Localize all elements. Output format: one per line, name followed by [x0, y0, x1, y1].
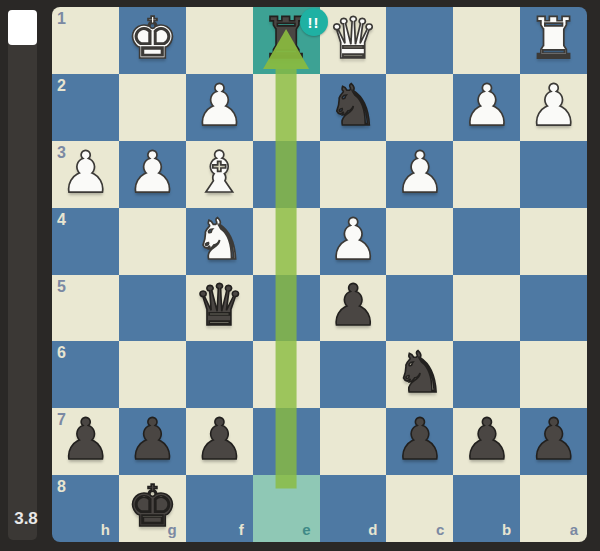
square-f1[interactable]	[186, 7, 253, 74]
square-a7[interactable]: ♟	[520, 408, 587, 475]
square-h6[interactable]: 6	[52, 341, 119, 408]
piece-black-pawn-f7[interactable]: ♟	[194, 411, 245, 468]
square-g7[interactable]: ♟	[119, 408, 186, 475]
square-b3[interactable]	[453, 141, 520, 208]
square-c1[interactable]	[386, 7, 453, 74]
piece-black-pawn-g7[interactable]: ♟	[127, 411, 178, 468]
piece-black-queen-f5[interactable]: ♛	[194, 277, 245, 334]
square-h7[interactable]: 7♟	[52, 408, 119, 475]
square-d2[interactable]: ♞	[320, 74, 387, 141]
square-c8[interactable]: c	[386, 475, 453, 542]
square-f3[interactable]: ♝	[186, 141, 253, 208]
square-b2[interactable]: ♟	[453, 74, 520, 141]
file-label-h: h	[101, 522, 110, 537]
square-a6[interactable]	[520, 341, 587, 408]
square-g4[interactable]	[119, 208, 186, 275]
rank-label-2: 2	[57, 78, 66, 94]
piece-black-pawn-h7[interactable]: ♟	[60, 411, 111, 468]
chess-board: 1♚♜♛♜2♟♞♟♟3♟♟♝♟4♞♟5♛♟6♞7♟♟♟♟♟♟8hg♚fedcba	[52, 7, 587, 542]
piece-black-king-g8[interactable]: ♚	[127, 478, 178, 535]
piece-black-pawn-c7[interactable]: ♟	[394, 411, 445, 468]
square-e5[interactable]	[253, 275, 320, 342]
square-e3[interactable]	[253, 141, 320, 208]
evaluation-bar	[8, 10, 37, 540]
piece-white-pawn-h3[interactable]: ♟	[60, 144, 111, 201]
square-h8[interactable]: 8h	[52, 475, 119, 542]
square-a5[interactable]	[520, 275, 587, 342]
square-h4[interactable]: 4	[52, 208, 119, 275]
file-label-b: b	[502, 522, 511, 537]
evaluation-bar-white-fill	[8, 10, 37, 45]
file-label-f: f	[239, 522, 244, 537]
rank-label-8: 8	[57, 479, 66, 495]
square-f4[interactable]: ♞	[186, 208, 253, 275]
rank-label-1: 1	[57, 11, 66, 27]
square-c3[interactable]: ♟	[386, 141, 453, 208]
piece-white-pawn-b2[interactable]: ♟	[461, 77, 512, 134]
file-label-c: c	[436, 522, 444, 537]
piece-white-queen-d1[interactable]: ♛	[327, 10, 378, 67]
square-b5[interactable]	[453, 275, 520, 342]
piece-black-knight-c6[interactable]: ♞	[394, 344, 445, 401]
square-h1[interactable]: 1	[52, 7, 119, 74]
square-c4[interactable]	[386, 208, 453, 275]
square-d5[interactable]: ♟	[320, 275, 387, 342]
piece-white-pawn-g3[interactable]: ♟	[127, 144, 178, 201]
piece-black-knight-d2[interactable]: ♞	[327, 77, 378, 134]
square-b4[interactable]	[453, 208, 520, 275]
file-label-d: d	[368, 522, 377, 537]
square-g6[interactable]	[119, 341, 186, 408]
piece-white-bishop-f3[interactable]: ♝	[194, 144, 245, 201]
square-b8[interactable]: b	[453, 475, 520, 542]
square-d7[interactable]	[320, 408, 387, 475]
square-d8[interactable]: d	[320, 475, 387, 542]
square-c5[interactable]	[386, 275, 453, 342]
square-d1[interactable]: ♛	[320, 7, 387, 74]
piece-white-king-g1[interactable]: ♚	[127, 10, 178, 67]
square-b7[interactable]: ♟	[453, 408, 520, 475]
piece-black-pawn-a7[interactable]: ♟	[528, 411, 579, 468]
square-e6[interactable]	[253, 341, 320, 408]
brilliant-move-badge: !!	[300, 8, 328, 36]
square-a8[interactable]: a	[520, 475, 587, 542]
piece-white-pawn-a2[interactable]: ♟	[528, 77, 579, 134]
file-label-a: a	[570, 522, 578, 537]
piece-white-pawn-c3[interactable]: ♟	[394, 144, 445, 201]
square-h5[interactable]: 5	[52, 275, 119, 342]
square-d4[interactable]: ♟	[320, 208, 387, 275]
square-f6[interactable]	[186, 341, 253, 408]
square-h3[interactable]: 3♟	[52, 141, 119, 208]
square-e2[interactable]	[253, 74, 320, 141]
square-f8[interactable]: f	[186, 475, 253, 542]
rank-label-6: 6	[57, 345, 66, 361]
square-g5[interactable]	[119, 275, 186, 342]
piece-white-pawn-d4[interactable]: ♟	[327, 211, 378, 268]
square-b1[interactable]	[453, 7, 520, 74]
square-c2[interactable]	[386, 74, 453, 141]
piece-white-pawn-f2[interactable]: ♟	[194, 77, 245, 134]
rank-label-4: 4	[57, 212, 66, 228]
square-a3[interactable]	[520, 141, 587, 208]
square-g1[interactable]: ♚	[119, 7, 186, 74]
square-d3[interactable]	[320, 141, 387, 208]
square-g8[interactable]: g♚	[119, 475, 186, 542]
square-c6[interactable]: ♞	[386, 341, 453, 408]
square-c7[interactable]: ♟	[386, 408, 453, 475]
square-e8[interactable]: e	[253, 475, 320, 542]
piece-white-knight-f4[interactable]: ♞	[194, 211, 245, 268]
piece-black-pawn-b7[interactable]: ♟	[461, 411, 512, 468]
square-e7[interactable]	[253, 408, 320, 475]
square-b6[interactable]	[453, 341, 520, 408]
evaluation-score: 3.8	[2, 509, 50, 529]
square-a4[interactable]	[520, 208, 587, 275]
square-f2[interactable]: ♟	[186, 74, 253, 141]
piece-black-pawn-d5[interactable]: ♟	[327, 277, 378, 334]
square-a2[interactable]: ♟	[520, 74, 587, 141]
square-g3[interactable]: ♟	[119, 141, 186, 208]
square-d6[interactable]	[320, 341, 387, 408]
rank-label-5: 5	[57, 279, 66, 295]
square-g2[interactable]	[119, 74, 186, 141]
square-f5[interactable]: ♛	[186, 275, 253, 342]
square-e4[interactable]	[253, 208, 320, 275]
square-f7[interactable]: ♟	[186, 408, 253, 475]
square-a1[interactable]: ♜	[520, 7, 587, 74]
piece-white-rook-a1[interactable]: ♜	[528, 10, 579, 67]
square-h2[interactable]: 2	[52, 74, 119, 141]
file-label-e: e	[302, 522, 310, 537]
